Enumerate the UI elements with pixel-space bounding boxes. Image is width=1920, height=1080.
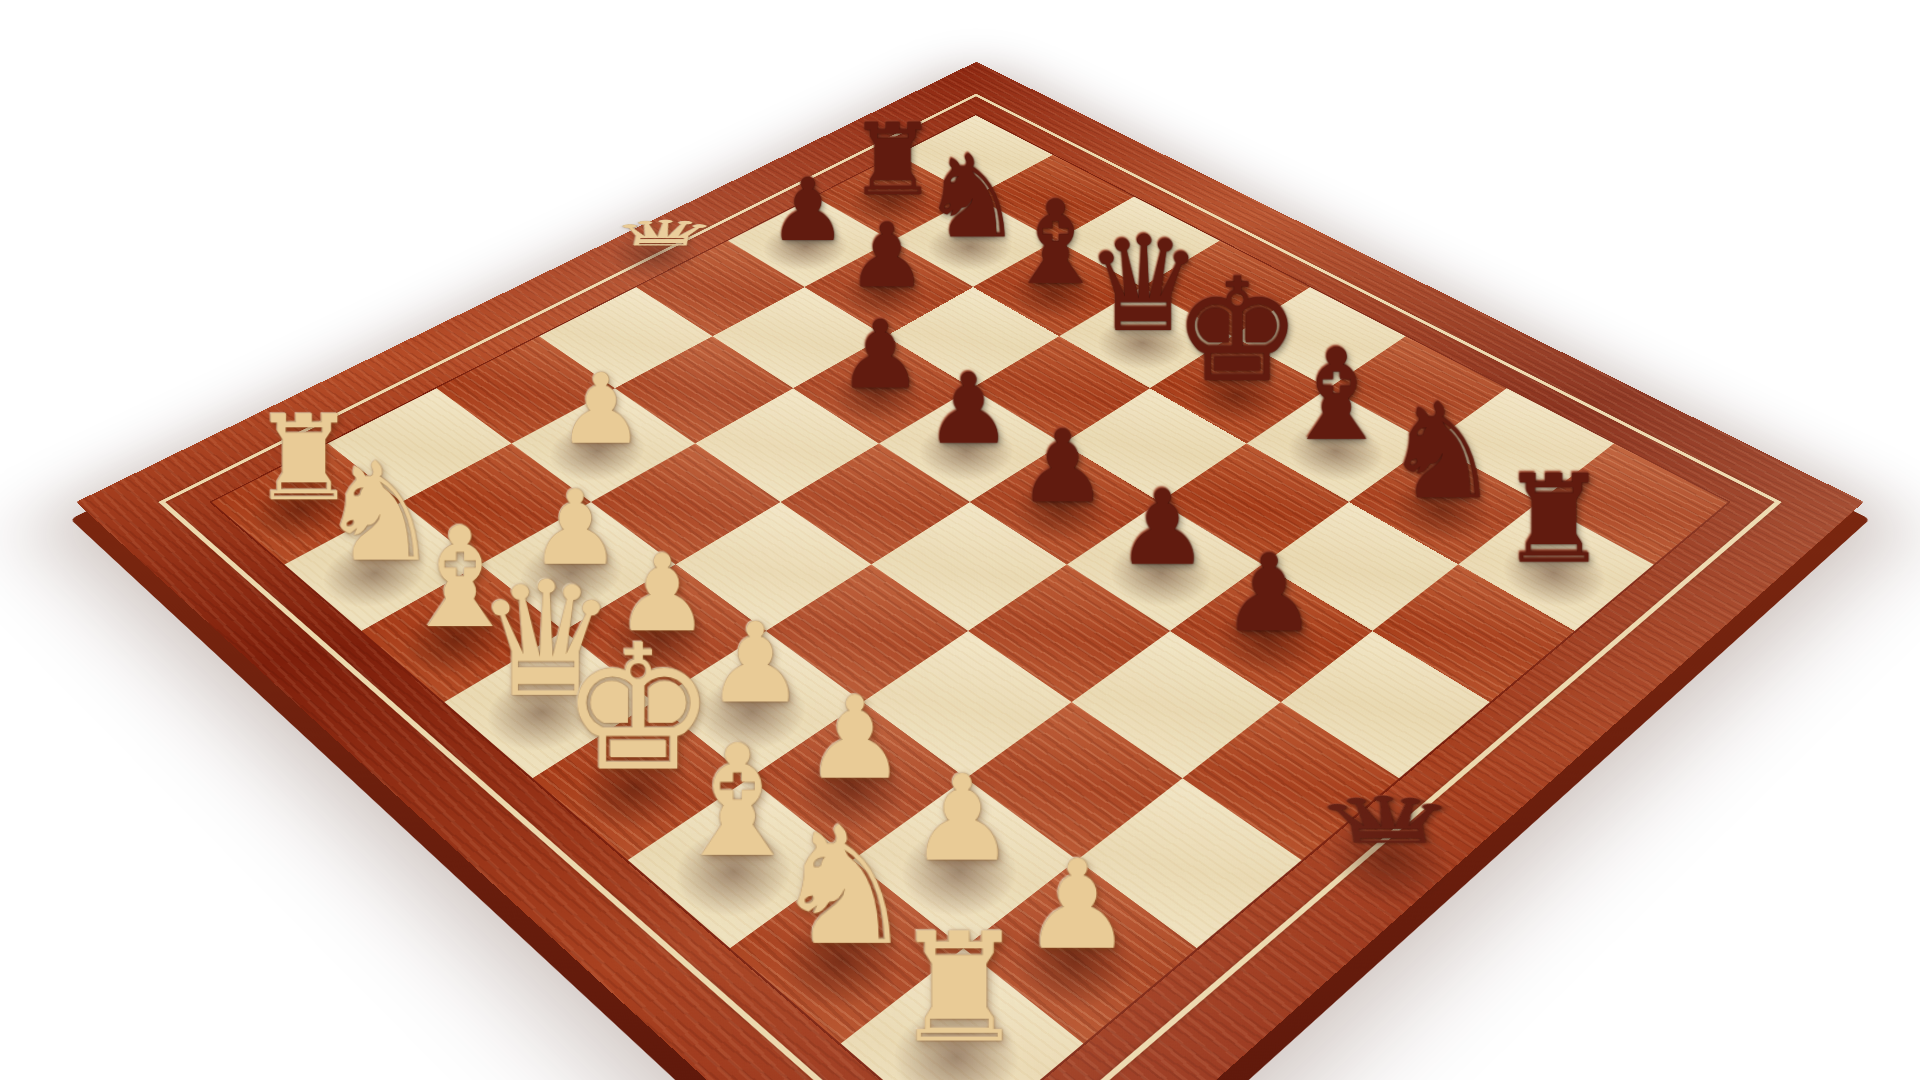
board-border: ♜♞♝♛♚♝♞♜♟♟♟♟♟♟♟♟♟♟♟♟♟♟♜♞♝♛♚♝♞♜ ♛♛ [76,62,1864,1080]
pawn-glyph: ♟ [706,609,805,719]
pawn-glyph: ♟ [847,212,927,301]
pawn-glyph: ♟ [557,361,644,458]
pawn-glyph: ♟ [838,308,922,402]
rook-glyph: ♜ [1499,458,1608,580]
queen-glyph: ♛ [603,216,721,251]
pawn-glyph: ♟ [909,760,1015,879]
rook-glyph: ♜ [891,912,1027,1063]
pawn-glyph: ♟ [769,167,847,254]
chess-board: ♜♞♝♛♚♝♞♜♟♟♟♟♟♟♟♟♟♟♟♟♟♟♜♞♝♛♚♝♞♜ ♛♛ [76,62,1864,1080]
pawn-glyph: ♟ [1022,844,1132,967]
bishop-glyph: ♝ [1280,332,1393,458]
pawn-glyph: ♟ [1116,477,1209,580]
pawn-glyph: ♟ [804,682,907,796]
product-photo-scene: ♜♞♝♛♚♝♞♜♟♟♟♟♟♟♟♟♟♟♟♟♟♟♜♞♝♛♚♝♞♜ ♛♛ [0,0,1920,1080]
pawn-glyph: ♟ [1221,541,1317,648]
pawn-glyph: ♟ [1018,417,1108,517]
knight-glyph: ♞ [1383,385,1501,517]
pawn-glyph: ♟ [925,361,1012,458]
playing-area: ♜♞♝♛♚♝♞♜♟♟♟♟♟♟♟♟♟♟♟♟♟♟♜♞♝♛♚♝♞♜ [212,115,1728,1080]
